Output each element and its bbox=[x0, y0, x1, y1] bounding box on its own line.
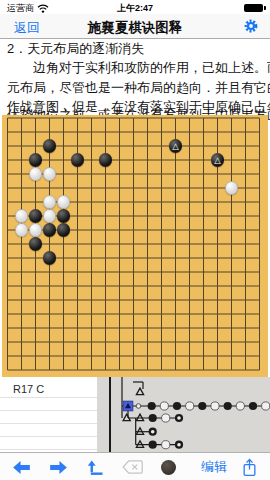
white-stone bbox=[43, 167, 56, 180]
share-icon bbox=[242, 458, 257, 477]
back-button[interactable]: 返回 bbox=[14, 19, 40, 37]
move-list-row bbox=[0, 411, 97, 424]
black-stone bbox=[29, 237, 42, 250]
page-title: 施襄夏棋诀图释 bbox=[40, 19, 230, 37]
right-arrow-icon bbox=[50, 461, 67, 474]
triangle-mark: △ bbox=[172, 142, 179, 151]
battery-icon bbox=[244, 4, 263, 12]
game-tree[interactable] bbox=[97, 377, 270, 452]
black-stone bbox=[43, 251, 56, 264]
black-stone bbox=[29, 153, 42, 166]
black-stone bbox=[29, 209, 42, 222]
move-list[interactable]: R17 C bbox=[0, 377, 97, 452]
branch-up-arrow-icon bbox=[87, 460, 104, 475]
previous-move-button[interactable] bbox=[9, 453, 33, 480]
black-stone: △ bbox=[211, 153, 224, 166]
gear-icon[interactable] bbox=[243, 18, 259, 34]
black-stone bbox=[43, 139, 56, 152]
move-list-entry[interactable]: R17 C bbox=[0, 377, 97, 398]
edit-button[interactable]: 编辑 bbox=[194, 453, 234, 480]
turn-indicator bbox=[158, 453, 178, 480]
share-button[interactable] bbox=[238, 453, 260, 480]
toolbar: 编辑 bbox=[0, 452, 270, 480]
black-stone bbox=[43, 223, 56, 236]
white-stone bbox=[43, 209, 56, 222]
white-stone bbox=[15, 223, 28, 236]
white-stone bbox=[15, 209, 28, 222]
white-stone bbox=[57, 195, 70, 208]
black-stone bbox=[57, 209, 70, 222]
backspace-icon bbox=[122, 460, 143, 474]
game-tree-panel[interactable] bbox=[97, 377, 270, 452]
black-stone bbox=[99, 153, 112, 166]
move-list-row bbox=[0, 437, 97, 450]
go-board[interactable]: △△ bbox=[2, 115, 268, 377]
black-stone bbox=[71, 153, 84, 166]
left-arrow-icon bbox=[13, 461, 30, 474]
white-stone bbox=[43, 195, 56, 208]
move-list-row bbox=[0, 424, 97, 437]
next-move-button[interactable] bbox=[46, 453, 70, 480]
delete-move-button[interactable] bbox=[119, 453, 145, 480]
article-line: 边角对于实利和攻防的作用，已如上述。而天 bbox=[0, 58, 270, 77]
navigation-bar: 返回 施襄夏棋诀图释 bbox=[0, 14, 270, 39]
white-stone bbox=[225, 181, 238, 194]
black-stone: △ bbox=[169, 139, 182, 152]
move-list-row bbox=[0, 398, 97, 411]
status-bar: 运营商 上午2:47 bbox=[0, 0, 270, 14]
black-stone bbox=[57, 223, 70, 236]
white-stone bbox=[29, 167, 42, 180]
white-stone bbox=[29, 223, 42, 236]
article-text: 2．天元布局的逐渐消失 边角对于实利和攻防的作用，已如上述。而天 元布局，尽管也… bbox=[0, 39, 270, 115]
article-line: 元布局，尽管也是一种布局的趋向．并且有它的 bbox=[0, 78, 270, 97]
back-to-branch-button[interactable] bbox=[83, 453, 107, 480]
triangle-mark: △ bbox=[214, 156, 221, 165]
article-heading: 2．天元布局的逐渐消失 bbox=[0, 39, 270, 58]
black-stone-icon bbox=[161, 460, 176, 475]
board-grid bbox=[2, 115, 268, 377]
